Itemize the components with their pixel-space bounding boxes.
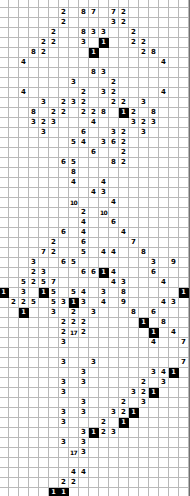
cell[interactable] xyxy=(19,138,29,148)
cell[interactable] xyxy=(19,78,29,88)
cell[interactable] xyxy=(9,48,19,58)
clue-cell[interactable]: 3 xyxy=(59,418,69,428)
cell[interactable] xyxy=(69,18,79,28)
clue-cell[interactable]: 3 xyxy=(89,28,99,38)
cell[interactable] xyxy=(169,48,179,58)
cell[interactable] xyxy=(159,98,169,108)
cell[interactable] xyxy=(0,248,9,258)
cell[interactable] xyxy=(19,358,29,368)
clue-cell[interactable]: 2 xyxy=(129,38,139,48)
cell[interactable] xyxy=(49,128,59,138)
clue-cell[interactable]: 4 xyxy=(79,218,89,228)
cell[interactable] xyxy=(169,428,179,438)
cell[interactable] xyxy=(159,328,169,338)
cell[interactable] xyxy=(89,448,99,458)
cell[interactable] xyxy=(9,228,19,238)
cell[interactable] xyxy=(139,198,149,208)
cell[interactable] xyxy=(89,218,99,228)
cell[interactable] xyxy=(59,288,69,298)
cell[interactable] xyxy=(109,358,119,368)
cell[interactable] xyxy=(109,438,119,448)
cell[interactable] xyxy=(129,428,139,438)
cell[interactable] xyxy=(159,468,169,478)
cell[interactable] xyxy=(29,218,39,228)
cell[interactable] xyxy=(69,248,79,258)
clue-cell[interactable]: 2 xyxy=(59,18,69,28)
cell[interactable] xyxy=(139,428,149,438)
cell[interactable] xyxy=(19,8,29,18)
cell[interactable] xyxy=(179,418,189,428)
cell[interactable] xyxy=(19,198,29,208)
cell[interactable] xyxy=(169,18,179,28)
cell[interactable] xyxy=(159,358,169,368)
cell[interactable] xyxy=(19,48,29,58)
cell[interactable] xyxy=(19,208,29,218)
cell[interactable] xyxy=(99,18,109,28)
cell[interactable] xyxy=(59,58,69,68)
cell[interactable] xyxy=(119,438,129,448)
cell[interactable] xyxy=(19,128,29,138)
cell[interactable] xyxy=(179,228,189,238)
cell[interactable] xyxy=(99,458,109,468)
clue-cell[interactable]: 9 xyxy=(169,258,179,268)
cell[interactable] xyxy=(69,348,79,358)
cell[interactable] xyxy=(159,28,169,38)
clue-cell[interactable]: 2 xyxy=(119,128,129,138)
cell[interactable] xyxy=(9,198,19,208)
cell[interactable] xyxy=(29,188,39,198)
cell[interactable] xyxy=(79,48,89,58)
cell[interactable] xyxy=(29,418,39,428)
cell[interactable] xyxy=(19,218,29,228)
cell[interactable] xyxy=(19,158,29,168)
cell[interactable] xyxy=(0,168,9,178)
cell[interactable] xyxy=(0,408,9,418)
cell[interactable] xyxy=(179,98,189,108)
cell[interactable] xyxy=(49,418,59,428)
clue-cell[interactable]: 7 xyxy=(39,248,49,258)
cell[interactable] xyxy=(159,0,169,8)
clue-cell[interactable]: 2 xyxy=(119,138,129,148)
cell[interactable] xyxy=(39,208,49,218)
clue-cell[interactable]: 3 xyxy=(79,378,89,388)
cell[interactable] xyxy=(79,488,89,496)
cell[interactable] xyxy=(19,258,29,268)
cell[interactable] xyxy=(149,278,159,288)
cell[interactable] xyxy=(159,418,169,428)
cell[interactable] xyxy=(179,458,189,468)
cell[interactable] xyxy=(49,8,59,18)
cell[interactable] xyxy=(159,348,169,358)
cell[interactable] xyxy=(0,158,9,168)
cell[interactable] xyxy=(49,88,59,98)
cell[interactable] xyxy=(139,168,149,178)
cell[interactable] xyxy=(169,138,179,148)
cell[interactable] xyxy=(109,338,119,348)
cell[interactable] xyxy=(99,158,109,168)
cell[interactable] xyxy=(49,48,59,58)
cell[interactable] xyxy=(179,18,189,28)
cell[interactable] xyxy=(99,58,109,68)
cell[interactable] xyxy=(9,38,19,48)
cell[interactable] xyxy=(169,238,179,248)
cell[interactable] xyxy=(169,198,179,208)
clue-cell[interactable]: 3 xyxy=(109,408,119,418)
cell[interactable] xyxy=(129,68,139,78)
cell[interactable] xyxy=(39,348,49,358)
cell[interactable] xyxy=(19,0,29,8)
cell[interactable] xyxy=(69,68,79,78)
cell[interactable] xyxy=(89,328,99,338)
cell[interactable] xyxy=(0,238,9,248)
cell[interactable] xyxy=(129,58,139,68)
cell[interactable] xyxy=(59,188,69,198)
cell[interactable] xyxy=(89,138,99,148)
cell[interactable] xyxy=(119,348,129,358)
clue-cell[interactable]: 3 xyxy=(99,288,109,298)
cell[interactable] xyxy=(39,378,49,388)
black-cell[interactable]: 1 xyxy=(99,38,109,48)
cell[interactable] xyxy=(69,38,79,48)
cell[interactable] xyxy=(99,308,109,318)
clue-cell[interactable]: 4 xyxy=(109,248,119,258)
cell[interactable] xyxy=(179,268,189,278)
cell[interactable] xyxy=(129,458,139,468)
cell[interactable] xyxy=(159,428,169,438)
cell[interactable] xyxy=(19,178,29,188)
cell[interactable] xyxy=(9,78,19,88)
clue-cell[interactable]: 3 xyxy=(79,408,89,418)
cell[interactable] xyxy=(109,48,119,58)
cell[interactable] xyxy=(89,128,99,138)
cell[interactable] xyxy=(159,188,169,198)
cell[interactable] xyxy=(109,178,119,188)
cell[interactable] xyxy=(39,468,49,478)
cell[interactable] xyxy=(139,268,149,278)
cell[interactable] xyxy=(9,68,19,78)
cell[interactable] xyxy=(39,308,49,318)
cell[interactable] xyxy=(79,358,89,368)
clue-cell[interactable]: 3 xyxy=(129,388,139,398)
clue-cell[interactable]: 5 xyxy=(39,278,49,288)
cell[interactable] xyxy=(109,118,119,128)
cell[interactable] xyxy=(39,18,49,28)
clue-cell[interactable]: 3 xyxy=(59,338,69,348)
cell[interactable] xyxy=(19,348,29,358)
clue-cell[interactable]: 2 xyxy=(79,108,89,118)
cell[interactable] xyxy=(169,308,179,318)
cell[interactable] xyxy=(139,28,149,38)
cell[interactable] xyxy=(99,118,109,128)
clue-cell[interactable]: 3 xyxy=(99,188,109,198)
cell[interactable] xyxy=(0,398,9,408)
cell[interactable] xyxy=(0,98,9,108)
cell[interactable] xyxy=(129,88,139,98)
cell[interactable] xyxy=(169,448,179,458)
cell[interactable] xyxy=(79,0,89,8)
cell[interactable] xyxy=(59,458,69,468)
cell[interactable] xyxy=(179,188,189,198)
cell[interactable] xyxy=(179,278,189,288)
cell[interactable] xyxy=(9,348,19,358)
black-cell[interactable]: 1 xyxy=(0,288,9,298)
cell[interactable] xyxy=(169,8,179,18)
cell[interactable] xyxy=(9,28,19,38)
clue-cell[interactable]: 4 xyxy=(19,58,29,68)
clue-cell[interactable]: 2 xyxy=(59,8,69,18)
cell[interactable] xyxy=(49,198,59,208)
clue-cell[interactable]: 10 xyxy=(69,198,79,208)
clue-cell[interactable]: 5 xyxy=(69,138,79,148)
cell[interactable] xyxy=(129,418,139,428)
cell[interactable] xyxy=(79,118,89,128)
cell[interactable] xyxy=(49,178,59,188)
cell[interactable] xyxy=(109,368,119,378)
cell[interactable] xyxy=(99,478,109,488)
cell[interactable] xyxy=(89,208,99,218)
cell[interactable] xyxy=(29,428,39,438)
cell[interactable] xyxy=(179,178,189,188)
cell[interactable] xyxy=(49,268,59,278)
cell[interactable] xyxy=(0,8,9,18)
cell[interactable] xyxy=(169,158,179,168)
cell[interactable] xyxy=(39,488,49,496)
cell[interactable] xyxy=(89,198,99,208)
cell[interactable] xyxy=(179,248,189,258)
cell[interactable] xyxy=(9,218,19,228)
cell[interactable] xyxy=(29,0,39,8)
cell[interactable] xyxy=(149,28,159,38)
clue-cell[interactable]: 8 xyxy=(129,308,139,318)
cell[interactable] xyxy=(109,238,119,248)
cell[interactable] xyxy=(89,88,99,98)
cell[interactable] xyxy=(19,228,29,238)
clue-cell[interactable]: 2 xyxy=(139,388,149,398)
cell[interactable] xyxy=(39,148,49,158)
cell[interactable] xyxy=(59,28,69,38)
cell[interactable] xyxy=(39,0,49,8)
cell[interactable] xyxy=(49,458,59,468)
cell[interactable] xyxy=(159,38,169,48)
cell[interactable] xyxy=(149,478,159,488)
clue-cell[interactable]: 6 xyxy=(109,218,119,228)
cell[interactable] xyxy=(79,348,89,358)
cell[interactable] xyxy=(0,428,9,438)
clue-cell[interactable]: 8 xyxy=(119,288,129,298)
cell[interactable] xyxy=(119,358,129,368)
cell[interactable] xyxy=(169,458,179,468)
cell[interactable] xyxy=(139,418,149,428)
cell[interactable] xyxy=(49,218,59,228)
cell[interactable] xyxy=(9,428,19,438)
cell[interactable] xyxy=(39,398,49,408)
clue-cell[interactable]: 9 xyxy=(119,298,129,308)
cell[interactable] xyxy=(69,388,79,398)
cell[interactable] xyxy=(129,448,139,458)
cell[interactable] xyxy=(59,78,69,88)
cell[interactable] xyxy=(169,418,179,428)
clue-cell[interactable]: 4 xyxy=(89,118,99,128)
cell[interactable] xyxy=(159,148,169,158)
clue-cell[interactable]: 2 xyxy=(109,78,119,88)
cell[interactable] xyxy=(69,88,79,98)
clue-cell[interactable]: 3 xyxy=(19,288,29,298)
cell[interactable] xyxy=(19,248,29,258)
clue-cell[interactable]: 4 xyxy=(79,288,89,298)
cell[interactable] xyxy=(159,488,169,496)
cell[interactable] xyxy=(119,28,129,38)
cell[interactable] xyxy=(139,368,149,378)
black-cell[interactable]: 1 xyxy=(39,288,49,298)
clue-cell[interactable]: 2 xyxy=(119,408,129,418)
cell[interactable] xyxy=(9,0,19,8)
cell[interactable] xyxy=(99,168,109,178)
cell[interactable] xyxy=(169,178,179,188)
cell[interactable] xyxy=(29,8,39,18)
cell[interactable] xyxy=(9,438,19,448)
clue-cell[interactable]: 3 xyxy=(99,68,109,78)
cell[interactable] xyxy=(19,368,29,378)
cell[interactable] xyxy=(179,218,189,228)
cell[interactable] xyxy=(19,98,29,108)
cell[interactable] xyxy=(149,348,159,358)
cell[interactable] xyxy=(69,458,79,468)
cell[interactable] xyxy=(59,238,69,248)
cell[interactable] xyxy=(0,458,9,468)
clue-cell[interactable]: 2 xyxy=(39,118,49,128)
cell[interactable] xyxy=(129,0,139,8)
cell[interactable] xyxy=(0,78,9,88)
clue-cell[interactable]: 2 xyxy=(59,108,69,118)
cell[interactable] xyxy=(39,408,49,418)
cell[interactable] xyxy=(29,308,39,318)
cell[interactable] xyxy=(79,418,89,428)
cell[interactable] xyxy=(69,368,79,378)
cell[interactable] xyxy=(149,358,159,368)
cell[interactable] xyxy=(49,0,59,8)
cell[interactable] xyxy=(29,288,39,298)
black-cell[interactable]: 1 xyxy=(149,328,159,338)
cell[interactable] xyxy=(89,78,99,88)
cell[interactable] xyxy=(149,168,159,178)
cell[interactable] xyxy=(109,68,119,78)
cell[interactable] xyxy=(0,438,9,448)
cell[interactable] xyxy=(69,188,79,198)
cell[interactable] xyxy=(129,208,139,218)
cell[interactable] xyxy=(119,368,129,378)
cell[interactable] xyxy=(139,358,149,368)
cell[interactable] xyxy=(179,448,189,458)
cell[interactable] xyxy=(119,338,129,348)
black-cell[interactable]: 1 xyxy=(99,268,109,278)
cell[interactable] xyxy=(9,88,19,98)
cell[interactable] xyxy=(149,88,159,98)
clue-cell[interactable]: 6 xyxy=(149,268,159,278)
clue-cell[interactable]: 2 xyxy=(69,478,79,488)
cell[interactable] xyxy=(159,268,169,278)
cell[interactable] xyxy=(79,158,89,168)
cell[interactable] xyxy=(89,258,99,268)
cell[interactable] xyxy=(159,438,169,448)
clue-cell[interactable]: 4 xyxy=(159,58,169,68)
cell[interactable] xyxy=(49,148,59,158)
cell[interactable] xyxy=(39,8,49,18)
cell[interactable] xyxy=(139,0,149,8)
cell[interactable] xyxy=(39,138,49,148)
cell[interactable] xyxy=(19,408,29,418)
cell[interactable] xyxy=(39,358,49,368)
cell[interactable] xyxy=(159,258,169,268)
clue-cell[interactable]: 5 xyxy=(19,278,29,288)
cell[interactable] xyxy=(9,148,19,158)
cell[interactable] xyxy=(179,388,189,398)
clue-cell[interactable]: 3 xyxy=(119,278,129,288)
clue-cell[interactable]: 4 xyxy=(89,188,99,198)
cell[interactable] xyxy=(159,128,169,138)
cell[interactable] xyxy=(49,138,59,148)
cell[interactable] xyxy=(49,448,59,458)
black-cell[interactable]: 1 xyxy=(59,488,69,496)
cell[interactable] xyxy=(149,418,159,428)
cell[interactable] xyxy=(19,118,29,128)
cell[interactable] xyxy=(129,338,139,348)
cell[interactable] xyxy=(129,138,139,148)
cell[interactable] xyxy=(139,178,149,188)
cell[interactable] xyxy=(59,348,69,358)
cell[interactable] xyxy=(129,288,139,298)
cell[interactable] xyxy=(119,88,129,98)
clue-cell[interactable]: 3 xyxy=(99,28,109,38)
cell[interactable] xyxy=(149,138,159,148)
cell[interactable] xyxy=(119,458,129,468)
clue-cell[interactable]: 3 xyxy=(99,138,109,148)
clue-cell[interactable]: 3 xyxy=(29,118,39,128)
cell[interactable] xyxy=(159,18,169,28)
cell[interactable] xyxy=(169,78,179,88)
cell[interactable] xyxy=(89,368,99,378)
cell[interactable] xyxy=(139,478,149,488)
cell[interactable] xyxy=(129,8,139,18)
cell[interactable] xyxy=(129,258,139,268)
cell[interactable] xyxy=(59,128,69,138)
clue-cell[interactable]: 3 xyxy=(79,38,89,48)
clue-cell[interactable]: 3 xyxy=(59,378,69,388)
cell[interactable] xyxy=(19,18,29,28)
clue-cell[interactable]: 8 xyxy=(139,248,149,258)
cell[interactable] xyxy=(169,438,179,448)
cell[interactable] xyxy=(49,168,59,178)
clue-cell[interactable]: 3 xyxy=(109,128,119,138)
cell[interactable] xyxy=(119,238,129,248)
cell[interactable] xyxy=(109,378,119,388)
clue-cell[interactable]: 4 xyxy=(69,468,79,478)
cell[interactable] xyxy=(129,478,139,488)
cell[interactable] xyxy=(169,268,179,278)
cell[interactable] xyxy=(39,418,49,428)
cell[interactable] xyxy=(79,388,89,398)
cell[interactable] xyxy=(109,228,119,238)
cell[interactable] xyxy=(9,178,19,188)
clue-cell[interactable]: 4 xyxy=(159,368,169,378)
cell[interactable] xyxy=(169,118,179,128)
cell[interactable] xyxy=(69,408,79,418)
cell[interactable] xyxy=(169,248,179,258)
cell[interactable] xyxy=(9,138,19,148)
cell[interactable] xyxy=(29,58,39,68)
cell[interactable] xyxy=(0,118,9,128)
cell[interactable] xyxy=(59,208,69,218)
cell[interactable] xyxy=(19,108,29,118)
